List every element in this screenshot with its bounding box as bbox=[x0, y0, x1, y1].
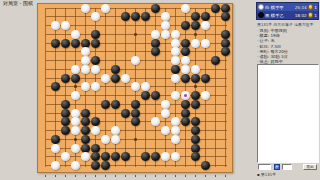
white-stone bbox=[71, 117, 80, 126]
coord-tick bbox=[205, 175, 206, 177]
white-stone bbox=[51, 21, 60, 30]
white-stone bbox=[101, 74, 110, 83]
white-stone bbox=[71, 126, 80, 135]
go-board[interactable] bbox=[37, 3, 233, 173]
black-stone bbox=[81, 144, 90, 153]
hoshi-point bbox=[134, 33, 137, 36]
white-stone bbox=[101, 4, 110, 13]
black-stone bbox=[61, 39, 70, 48]
white-stone bbox=[201, 39, 210, 48]
last-move-marker bbox=[184, 94, 187, 97]
coord-tick bbox=[95, 175, 96, 177]
black-stone bbox=[111, 65, 120, 74]
black-player-time: 18:02 bbox=[295, 13, 307, 18]
grid-line bbox=[205, 8, 206, 167]
white-stone bbox=[171, 117, 180, 126]
black-stone bbox=[91, 144, 100, 153]
coord-tick bbox=[85, 175, 86, 177]
black-stone bbox=[61, 100, 70, 109]
black-stone bbox=[191, 117, 200, 126]
white-stone bbox=[101, 135, 110, 144]
black-stone bbox=[171, 65, 180, 74]
white-stone bbox=[171, 56, 180, 65]
close-button[interactable]: 退出 bbox=[303, 164, 317, 170]
player-list: 白 棋手甲 25:14 1 黑 棋手乙 18:02 1 bbox=[256, 2, 319, 20]
black-stone bbox=[51, 82, 60, 91]
black-stone bbox=[71, 74, 80, 83]
white-stone bbox=[81, 4, 90, 13]
black-stone bbox=[131, 117, 140, 126]
black-stone bbox=[51, 39, 60, 48]
white-stone bbox=[201, 21, 210, 30]
black-stone bbox=[191, 144, 200, 153]
black-stone bbox=[151, 91, 160, 100]
black-stone bbox=[61, 74, 70, 83]
black-stone bbox=[211, 4, 220, 13]
black-stone bbox=[91, 39, 100, 48]
black-stone bbox=[101, 152, 110, 161]
white-stone bbox=[91, 65, 100, 74]
black-stone bbox=[51, 135, 60, 144]
aux-input[interactable] bbox=[282, 164, 292, 170]
white-stone bbox=[91, 126, 100, 135]
status-line: ▪ 第131手 bbox=[257, 172, 319, 177]
black-stone bbox=[91, 152, 100, 161]
hoshi-point bbox=[134, 138, 137, 141]
black-stone bbox=[151, 152, 160, 161]
send-button[interactable]: 发 bbox=[274, 164, 280, 170]
black-stone bbox=[81, 117, 90, 126]
coin-icon bbox=[308, 4, 314, 10]
black-stone bbox=[61, 109, 70, 118]
black-stone bbox=[201, 74, 210, 83]
coord-tick bbox=[215, 175, 216, 177]
black-stone bbox=[111, 74, 120, 83]
black-stone bbox=[151, 39, 160, 48]
black-stone bbox=[181, 117, 190, 126]
black-stone bbox=[181, 109, 190, 118]
white-stone bbox=[91, 82, 100, 91]
white-stone bbox=[171, 152, 180, 161]
chat-input[interactable] bbox=[258, 164, 271, 170]
hoshi-point bbox=[194, 33, 197, 36]
coord-tick bbox=[165, 175, 166, 177]
coord-tick bbox=[115, 175, 116, 177]
coord-tick bbox=[45, 175, 46, 177]
hoshi-point bbox=[74, 85, 77, 88]
white-stone bbox=[71, 161, 80, 170]
hoshi-point bbox=[74, 138, 77, 141]
white-stone-icon bbox=[258, 4, 264, 10]
white-stone bbox=[161, 30, 170, 39]
black-stone bbox=[191, 21, 200, 30]
white-stone bbox=[171, 47, 180, 56]
coord-tick bbox=[185, 175, 186, 177]
black-stone bbox=[91, 56, 100, 65]
black-stone bbox=[151, 4, 160, 13]
window-title: 对局室 - 围棋 bbox=[3, 0, 33, 6]
black-player-count: 1 bbox=[314, 13, 317, 18]
white-stone bbox=[181, 4, 190, 13]
black-stone bbox=[81, 126, 90, 135]
black-stone bbox=[81, 109, 90, 118]
player-row-white[interactable]: 白 棋手甲 25:14 1 bbox=[257, 3, 318, 11]
black-stone bbox=[71, 39, 80, 48]
chat-box[interactable] bbox=[257, 64, 319, 163]
coord-tick bbox=[145, 175, 146, 177]
white-player-count: 1 bbox=[314, 5, 317, 10]
player-row-black[interactable]: 黑 棋手乙 18:02 1 bbox=[257, 11, 318, 19]
black-stone bbox=[211, 56, 220, 65]
grid-line bbox=[65, 8, 66, 167]
white-stone bbox=[191, 65, 200, 74]
white-stone bbox=[141, 82, 150, 91]
coin-icon bbox=[308, 12, 314, 18]
black-stone bbox=[141, 152, 150, 161]
black-stone bbox=[191, 91, 200, 100]
grid-line bbox=[46, 8, 227, 9]
black-stone bbox=[121, 12, 130, 21]
white-stone bbox=[61, 152, 70, 161]
white-stone bbox=[171, 30, 180, 39]
white-stone bbox=[191, 39, 200, 48]
white-stone bbox=[81, 152, 90, 161]
coord-tick bbox=[175, 175, 176, 177]
black-stone bbox=[201, 161, 210, 170]
grid-line bbox=[45, 8, 46, 167]
game-info-list: · 规则: 中国规则· 棋盘: 19路· 让子: 无· 贴目: 7.5目· 用时… bbox=[257, 28, 319, 64]
black-stone bbox=[131, 109, 140, 118]
black-stone bbox=[221, 47, 230, 56]
white-stone bbox=[51, 161, 60, 170]
white-stone bbox=[71, 65, 80, 74]
coord-tick bbox=[125, 175, 126, 177]
black-stone bbox=[221, 4, 230, 13]
coord-tick bbox=[75, 175, 76, 177]
white-stone bbox=[181, 91, 190, 100]
coord-tick bbox=[55, 175, 56, 177]
white-stone bbox=[81, 82, 90, 91]
black-stone bbox=[191, 100, 200, 109]
black-stone bbox=[61, 117, 70, 126]
coord-tick bbox=[105, 175, 106, 177]
black-player-name: 黑 棋手乙 bbox=[265, 13, 294, 18]
black-stone bbox=[191, 135, 200, 144]
black-stone bbox=[221, 39, 230, 48]
white-stone bbox=[111, 126, 120, 135]
app-window: 对局室 - 围棋 白 棋手甲 25:14 1 黑 棋手乙 18:02 1 第13… bbox=[0, 0, 320, 180]
black-stone bbox=[131, 100, 140, 109]
grid-line bbox=[46, 51, 227, 52]
black-stone bbox=[191, 152, 200, 161]
black-stone bbox=[201, 12, 210, 21]
black-stone bbox=[151, 47, 160, 56]
white-stone bbox=[71, 109, 80, 118]
black-stone bbox=[91, 117, 100, 126]
black-stone bbox=[81, 135, 90, 144]
white-stone bbox=[81, 65, 90, 74]
white-stone bbox=[161, 100, 170, 109]
white-stone bbox=[111, 135, 120, 144]
white-stone bbox=[181, 65, 190, 74]
black-stone bbox=[181, 100, 190, 109]
white-stone bbox=[151, 117, 160, 126]
black-stone bbox=[91, 30, 100, 39]
black-stone bbox=[181, 39, 190, 48]
black-stone bbox=[221, 30, 230, 39]
white-player-name: 白 棋手甲 bbox=[265, 5, 294, 10]
black-stone bbox=[131, 12, 140, 21]
game-announcement: 第131手 白方已落子 请黑方应手 bbox=[257, 22, 319, 27]
grid-line bbox=[125, 8, 126, 167]
coord-tick bbox=[155, 175, 156, 177]
black-stone bbox=[101, 100, 110, 109]
black-stone bbox=[141, 12, 150, 21]
black-stone bbox=[191, 126, 200, 135]
black-stone bbox=[191, 12, 200, 21]
black-stone bbox=[191, 74, 200, 83]
white-stone bbox=[161, 109, 170, 118]
white-stone bbox=[171, 135, 180, 144]
white-stone bbox=[71, 30, 80, 39]
right-panel: 白 棋手甲 25:14 1 黑 棋手乙 18:02 1 第131手 白方已落子 … bbox=[256, 0, 320, 180]
black-stone bbox=[221, 12, 230, 21]
white-stone bbox=[151, 30, 160, 39]
white-stone bbox=[71, 91, 80, 100]
black-stone bbox=[111, 100, 120, 109]
white-player-time: 25:14 bbox=[295, 5, 307, 10]
black-stone bbox=[181, 47, 190, 56]
coord-tick bbox=[65, 175, 66, 177]
grid-line bbox=[185, 8, 186, 167]
black-stone-icon bbox=[258, 12, 264, 18]
white-stone bbox=[171, 126, 180, 135]
black-stone bbox=[141, 91, 150, 100]
white-stone bbox=[161, 12, 170, 21]
hoshi-point bbox=[194, 85, 197, 88]
white-stone bbox=[51, 144, 60, 153]
black-stone bbox=[111, 152, 120, 161]
white-stone bbox=[131, 82, 140, 91]
white-stone bbox=[121, 74, 130, 83]
coord-tick bbox=[135, 175, 136, 177]
coord-tick bbox=[225, 175, 226, 177]
white-stone bbox=[131, 56, 140, 65]
white-stone bbox=[171, 91, 180, 100]
black-stone bbox=[61, 126, 70, 135]
white-stone bbox=[161, 21, 170, 30]
black-stone bbox=[121, 109, 130, 118]
white-stone bbox=[81, 56, 90, 65]
black-stone bbox=[101, 161, 110, 170]
black-stone bbox=[81, 39, 90, 48]
white-stone bbox=[171, 74, 180, 83]
black-stone bbox=[181, 21, 190, 30]
white-stone bbox=[201, 91, 210, 100]
white-stone bbox=[61, 21, 70, 30]
white-stone bbox=[71, 144, 80, 153]
black-stone bbox=[181, 74, 190, 83]
white-stone bbox=[171, 39, 180, 48]
white-stone bbox=[161, 152, 170, 161]
black-stone bbox=[91, 161, 100, 170]
white-stone bbox=[181, 56, 190, 65]
white-stone bbox=[161, 126, 170, 135]
chat-controls: 发 退出 bbox=[257, 164, 319, 171]
coord-tick bbox=[195, 175, 196, 177]
white-stone bbox=[81, 47, 90, 56]
grid-line bbox=[215, 8, 216, 167]
black-stone bbox=[121, 152, 130, 161]
white-stone bbox=[91, 12, 100, 21]
